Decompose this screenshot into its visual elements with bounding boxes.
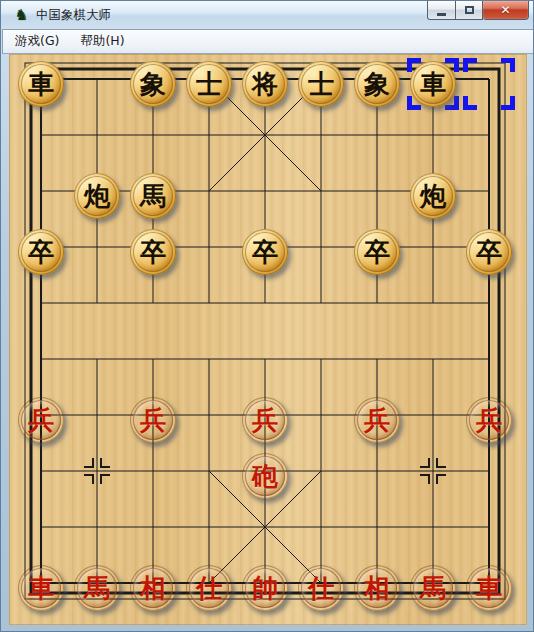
piece-character: 卒 (245, 232, 285, 272)
point-marker (437, 475, 446, 484)
window-title: 中国象棋大师 (36, 7, 111, 24)
piece-character: 象 (133, 64, 173, 104)
piece-character: 馬 (77, 568, 117, 608)
piece-character: 象 (357, 64, 397, 104)
piece-character: 兵 (469, 400, 509, 440)
point-marker (84, 475, 93, 484)
piece-red-elephant[interactable]: 相 (354, 565, 400, 611)
piece-character: 相 (357, 568, 397, 608)
piece-character: 炮 (77, 176, 117, 216)
piece-red-horse[interactable]: 馬 (410, 565, 456, 611)
piece-black-soldier[interactable]: 卒 (242, 229, 288, 275)
piece-character: 相 (133, 568, 173, 608)
maximize-button[interactable] (456, 1, 483, 20)
piece-black-horse[interactable]: 馬 (130, 173, 176, 219)
menu-item-game[interactable]: 游戏(G) (6, 29, 68, 54)
app-icon: ♞ (13, 7, 30, 24)
piece-black-advisor[interactable]: 士 (186, 61, 232, 107)
piece-character: 車 (413, 64, 453, 104)
piece-red-chariot[interactable]: 車 (466, 565, 512, 611)
maximize-icon (465, 6, 474, 14)
piece-black-soldier[interactable]: 卒 (18, 229, 64, 275)
piece-red-elephant[interactable]: 相 (130, 565, 176, 611)
piece-red-soldier[interactable]: 兵 (466, 397, 512, 443)
piece-black-cannon[interactable]: 炮 (410, 173, 456, 219)
piece-character: 兵 (357, 400, 397, 440)
title-bar[interactable]: ♞ 中国象棋大师 ✕ (1, 1, 534, 29)
piece-character: 馬 (413, 568, 453, 608)
piece-character: 兵 (245, 400, 285, 440)
piece-character: 士 (189, 64, 229, 104)
piece-black-soldier[interactable]: 卒 (466, 229, 512, 275)
piece-black-elephant[interactable]: 象 (130, 61, 176, 107)
piece-black-general[interactable]: 将 (242, 61, 288, 107)
piece-character: 兵 (21, 400, 61, 440)
point-marker (84, 458, 93, 467)
point-marker (420, 475, 429, 484)
piece-character: 卒 (357, 232, 397, 272)
piece-character: 仕 (189, 568, 229, 608)
piece-character: 将 (245, 64, 285, 104)
piece-character: 車 (469, 568, 509, 608)
piece-character: 馬 (133, 176, 173, 216)
piece-character: 士 (301, 64, 341, 104)
app-window: ♞ 中国象棋大师 ✕ 游戏(G) 帮助(H) 車象士将士象車炮馬炮卒卒卒卒卒兵兵… (0, 0, 534, 632)
piece-character: 仕 (301, 568, 341, 608)
piece-character: 砲 (245, 456, 285, 496)
piece-black-chariot[interactable]: 車 (410, 61, 456, 107)
minimize-icon (437, 13, 446, 16)
piece-character: 兵 (133, 400, 173, 440)
close-icon: ✕ (500, 3, 510, 17)
close-button[interactable]: ✕ (483, 1, 529, 20)
piece-black-cannon[interactable]: 炮 (74, 173, 120, 219)
piece-red-advisor[interactable]: 仕 (186, 565, 232, 611)
piece-black-chariot[interactable]: 車 (18, 61, 64, 107)
piece-character: 車 (21, 64, 61, 104)
piece-red-cannon[interactable]: 砲 (242, 453, 288, 499)
minimize-button[interactable] (427, 1, 456, 20)
piece-red-soldier[interactable]: 兵 (18, 397, 64, 443)
piece-red-soldier[interactable]: 兵 (354, 397, 400, 443)
piece-black-soldier[interactable]: 卒 (130, 229, 176, 275)
point-marker (437, 458, 446, 467)
point-marker (420, 458, 429, 467)
piece-character: 炮 (413, 176, 453, 216)
board-grid-lines (9, 54, 527, 625)
piece-character: 卒 (21, 232, 61, 272)
piece-black-soldier[interactable]: 卒 (354, 229, 400, 275)
piece-black-advisor[interactable]: 士 (298, 61, 344, 107)
point-marker (101, 475, 110, 484)
menu-item-help[interactable]: 帮助(H) (71, 29, 133, 54)
piece-red-soldier[interactable]: 兵 (130, 397, 176, 443)
window-controls: ✕ (427, 1, 529, 20)
piece-red-chariot[interactable]: 車 (18, 565, 64, 611)
piece-character: 卒 (469, 232, 509, 272)
piece-black-elephant[interactable]: 象 (354, 61, 400, 107)
piece-character: 卒 (133, 232, 173, 272)
menu-bar: 游戏(G) 帮助(H) (2, 29, 534, 54)
piece-character: 帥 (245, 568, 285, 608)
xiangqi-board[interactable]: 車象士将士象車炮馬炮卒卒卒卒卒兵兵兵兵兵砲車馬相仕帥仕相馬車 (9, 54, 527, 625)
piece-red-advisor[interactable]: 仕 (298, 565, 344, 611)
piece-red-horse[interactable]: 馬 (74, 565, 120, 611)
piece-character: 車 (21, 568, 61, 608)
piece-red-soldier[interactable]: 兵 (242, 397, 288, 443)
piece-red-general[interactable]: 帥 (242, 565, 288, 611)
point-marker (101, 458, 110, 467)
